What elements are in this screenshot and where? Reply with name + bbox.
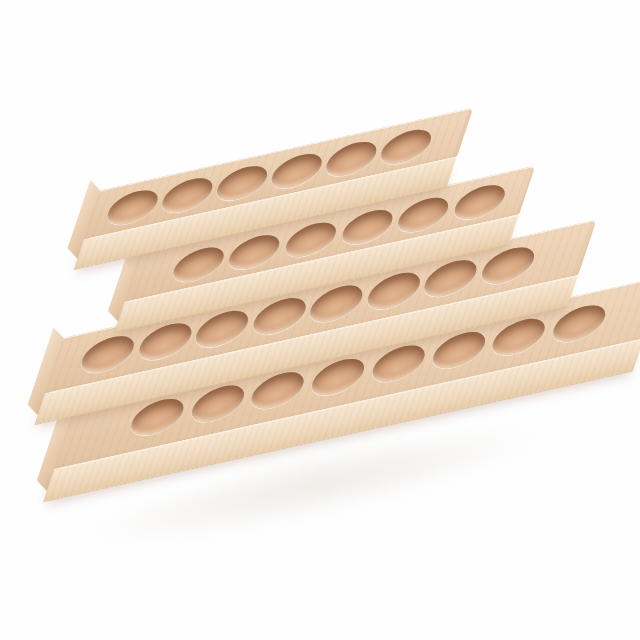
pit-empty [103,185,163,228]
pit-empty [225,230,285,273]
tiered-pit-rack [0,0,640,640]
pit-empty [322,137,382,180]
pit-empty [77,331,139,377]
product-photo-scene [0,0,640,640]
pit-empty [212,161,272,204]
pit-empty [450,180,510,223]
pit-empty [158,173,218,216]
pit-empty [169,242,229,285]
pit-empty [394,193,454,236]
pit-empty [376,125,436,168]
pit-empty [281,218,341,261]
pit-empty [338,205,398,248]
pit-empty [267,149,327,192]
